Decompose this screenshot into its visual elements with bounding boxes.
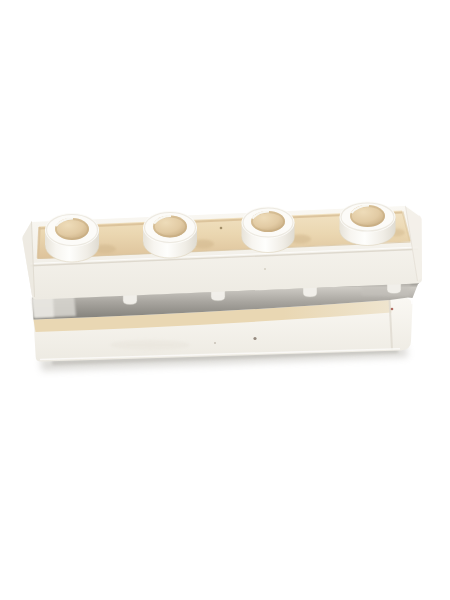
stud-2: [143, 211, 197, 258]
stud-4: [340, 202, 396, 246]
lego-brick-photo: [0, 0, 450, 600]
speck-bottom-face: [253, 337, 256, 340]
front-face-mottle: [110, 340, 190, 350]
gap-left-glow-bright: [32, 297, 54, 318]
red-speck: [391, 308, 394, 311]
speck-bottom-face-2: [214, 342, 216, 344]
stud-1: [45, 213, 99, 262]
speck-front-face: [264, 268, 266, 270]
speck-top-face: [220, 227, 223, 230]
product-photo: [0, 0, 450, 600]
tray-left-shadow: [38, 227, 40, 258]
stud-3: [242, 207, 295, 253]
